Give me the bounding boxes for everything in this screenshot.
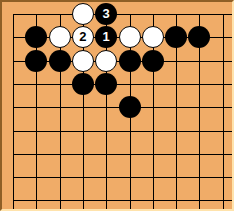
black-stone-move-1: 1 bbox=[95, 26, 117, 48]
go-board: 321 bbox=[2, 2, 232, 209]
black-stone bbox=[25, 26, 47, 48]
grid-line-horizontal bbox=[13, 14, 232, 15]
grid-line-horizontal bbox=[13, 154, 232, 155]
white-stone bbox=[119, 26, 141, 48]
grid-line-vertical bbox=[13, 14, 14, 209]
grid-line-horizontal bbox=[13, 84, 232, 85]
black-stone bbox=[119, 96, 141, 118]
grid-line-horizontal bbox=[13, 131, 232, 132]
grid-line-vertical bbox=[223, 14, 224, 209]
black-stone bbox=[49, 50, 71, 72]
black-stone bbox=[72, 73, 94, 95]
go-diagram: 321 bbox=[0, 0, 234, 211]
white-stone bbox=[95, 50, 117, 72]
white-stone bbox=[72, 3, 94, 25]
black-stone bbox=[95, 73, 117, 95]
black-stone bbox=[119, 50, 141, 72]
grid-line-horizontal bbox=[13, 177, 232, 178]
white-stone-move-2: 2 bbox=[72, 26, 94, 48]
black-stone-move-3: 3 bbox=[95, 3, 117, 25]
white-stone bbox=[142, 26, 164, 48]
black-stone bbox=[188, 26, 210, 48]
black-stone bbox=[142, 50, 164, 72]
black-stone bbox=[165, 26, 187, 48]
white-stone bbox=[72, 50, 94, 72]
black-stone bbox=[25, 50, 47, 72]
white-stone bbox=[49, 26, 71, 48]
grid-line-horizontal bbox=[13, 200, 232, 201]
